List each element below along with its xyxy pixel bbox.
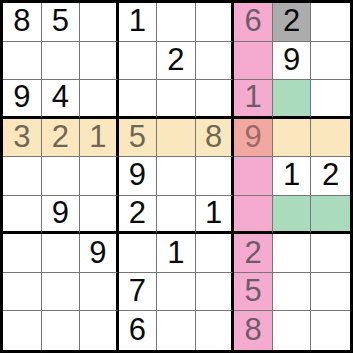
- cell-r9c6[interactable]: [196, 311, 235, 350]
- sudoku-grid: 85162299413215899129219127568: [3, 3, 350, 350]
- digit: 4: [52, 81, 69, 112]
- cell-r7c5[interactable]: 1: [157, 234, 196, 273]
- cell-r3c2[interactable]: 4: [42, 80, 81, 119]
- cell-r9c1[interactable]: [3, 311, 42, 350]
- cell-r1c2[interactable]: 5: [42, 3, 81, 42]
- cell-r8c8[interactable]: [273, 273, 312, 312]
- cell-r5c8[interactable]: 1: [273, 157, 312, 196]
- digit: 5: [52, 5, 69, 36]
- cell-r5c1[interactable]: [3, 157, 42, 196]
- digit: 2: [129, 197, 146, 228]
- cell-r9c4[interactable]: 6: [119, 311, 158, 350]
- cell-r5c5[interactable]: [157, 157, 196, 196]
- cell-r9c7[interactable]: 8: [234, 311, 273, 350]
- digit: 1: [283, 159, 300, 190]
- cell-r8c1[interactable]: [3, 273, 42, 312]
- cell-r5c4[interactable]: 9: [119, 157, 158, 196]
- cell-r9c9[interactable]: [311, 311, 350, 350]
- digit: 2: [283, 5, 300, 36]
- digit: 1: [129, 5, 146, 36]
- cell-r3c7[interactable]: 1: [234, 80, 273, 119]
- cell-r5c6[interactable]: [196, 157, 235, 196]
- cell-r3c6[interactable]: [196, 80, 235, 119]
- cell-r1c1[interactable]: 8: [3, 3, 42, 42]
- cell-r7c4[interactable]: [119, 234, 158, 273]
- cell-r3c5[interactable]: [157, 80, 196, 119]
- digit: 8: [244, 314, 261, 345]
- sudoku-board: 85162299413215899129219127568: [0, 0, 353, 353]
- cell-r2c4[interactable]: [119, 42, 158, 81]
- cell-r2c7[interactable]: [234, 42, 273, 81]
- cell-r7c1[interactable]: [3, 234, 42, 273]
- cell-r8c6[interactable]: [196, 273, 235, 312]
- cell-r4c4[interactable]: 5: [119, 119, 158, 158]
- cell-r4c9[interactable]: [311, 119, 350, 158]
- cell-r1c3[interactable]: [80, 3, 119, 42]
- cell-r7c2[interactable]: [42, 234, 81, 273]
- cell-r5c2[interactable]: [42, 157, 81, 196]
- cell-r4c7[interactable]: 9: [234, 119, 273, 158]
- digit: 9: [129, 159, 146, 190]
- cell-r2c5[interactable]: 2: [157, 42, 196, 81]
- cell-r2c8[interactable]: 9: [273, 42, 312, 81]
- cell-r7c7[interactable]: 2: [234, 234, 273, 273]
- digit: 6: [244, 5, 261, 36]
- cell-r6c7[interactable]: [234, 196, 273, 235]
- digit: 8: [13, 5, 30, 36]
- cell-r6c2[interactable]: 9: [42, 196, 81, 235]
- cell-r5c7[interactable]: [234, 157, 273, 196]
- cell-r6c1[interactable]: [3, 196, 42, 235]
- cell-r6c3[interactable]: [80, 196, 119, 235]
- cell-r6c8[interactable]: [273, 196, 312, 235]
- cell-r4c5[interactable]: [157, 119, 196, 158]
- cell-r1c5[interactable]: [157, 3, 196, 42]
- digit: 1: [244, 81, 261, 112]
- cell-r7c6[interactable]: [196, 234, 235, 273]
- digit: 6: [129, 314, 146, 345]
- digit: 9: [244, 121, 261, 152]
- cell-r4c8[interactable]: [273, 119, 312, 158]
- digit: 5: [244, 275, 261, 306]
- cell-r6c6[interactable]: 1: [196, 196, 235, 235]
- digit: 2: [167, 44, 184, 75]
- cell-r3c3[interactable]: [80, 80, 119, 119]
- cell-r4c2[interactable]: 2: [42, 119, 81, 158]
- cell-r8c3[interactable]: [80, 273, 119, 312]
- cell-r4c6[interactable]: 8: [196, 119, 235, 158]
- digit: 9: [52, 197, 69, 228]
- digit: 8: [205, 121, 222, 152]
- cell-r4c3[interactable]: 1: [80, 119, 119, 158]
- digit: 9: [13, 81, 30, 112]
- digit: 1: [167, 237, 184, 268]
- cell-r5c9[interactable]: 2: [311, 157, 350, 196]
- cell-r3c4[interactable]: [119, 80, 158, 119]
- digit: 2: [322, 159, 339, 190]
- cell-r8c4[interactable]: 7: [119, 273, 158, 312]
- digit: 2: [52, 121, 69, 152]
- cell-r3c1[interactable]: 9: [3, 80, 42, 119]
- cell-r6c5[interactable]: [157, 196, 196, 235]
- cell-r3c9[interactable]: [311, 80, 350, 119]
- cell-r8c5[interactable]: [157, 273, 196, 312]
- digit: 1: [205, 197, 222, 228]
- cell-r3c8[interactable]: [273, 80, 312, 119]
- cell-r7c8[interactable]: [273, 234, 312, 273]
- cell-r2c3[interactable]: [80, 42, 119, 81]
- cell-r9c8[interactable]: [273, 311, 312, 350]
- cell-r4c1[interactable]: 3: [3, 119, 42, 158]
- cell-r2c9[interactable]: [311, 42, 350, 81]
- digit: 7: [129, 275, 146, 306]
- cell-r1c6[interactable]: [196, 3, 235, 42]
- cell-r1c8[interactable]: 2: [273, 3, 312, 42]
- digit: 5: [129, 121, 146, 152]
- digit: 2: [244, 237, 261, 268]
- cell-r7c9[interactable]: [311, 234, 350, 273]
- cell-r2c6[interactable]: [196, 42, 235, 81]
- cell-r8c2[interactable]: [42, 273, 81, 312]
- cell-r8c7[interactable]: 5: [234, 273, 273, 312]
- cell-r1c4[interactable]: 1: [119, 3, 158, 42]
- cell-r1c7[interactable]: 6: [234, 3, 273, 42]
- cell-r5c3[interactable]: [80, 157, 119, 196]
- digit: 3: [13, 121, 30, 152]
- cell-r9c2[interactable]: [42, 311, 81, 350]
- cell-r8c9[interactable]: [311, 273, 350, 312]
- cell-r7c3[interactable]: 9: [80, 234, 119, 273]
- digit: 9: [283, 44, 300, 75]
- cell-r2c2[interactable]: [42, 42, 81, 81]
- cell-r9c3[interactable]: [80, 311, 119, 350]
- cell-r9c5[interactable]: [157, 311, 196, 350]
- cell-r2c1[interactable]: [3, 42, 42, 81]
- cell-r6c4[interactable]: 2: [119, 196, 158, 235]
- digit: 1: [89, 121, 106, 152]
- cell-r1c9[interactable]: [311, 3, 350, 42]
- digit: 9: [89, 237, 106, 268]
- cell-r6c9[interactable]: [311, 196, 350, 235]
